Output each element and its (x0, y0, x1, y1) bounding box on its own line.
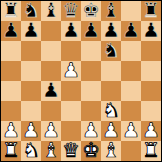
square-d4[interactable] (61, 81, 81, 101)
square-g4[interactable] (121, 81, 141, 101)
piece-black-pawn: ♟ (2, 21, 20, 40)
piece-white-pawn: ♟ (42, 121, 60, 140)
square-c3[interactable] (41, 101, 61, 121)
piece-black-king: ♚ (82, 1, 100, 20)
square-f6[interactable]: ♞ (101, 41, 121, 61)
square-a5[interactable] (1, 61, 21, 81)
square-h3[interactable] (141, 101, 161, 121)
piece-white-pawn: ♟ (2, 121, 20, 140)
square-h1[interactable]: ♜ (141, 141, 161, 161)
square-g8[interactable] (121, 1, 141, 21)
square-g6[interactable] (121, 41, 141, 61)
piece-white-knight: ♞ (102, 101, 120, 120)
square-e8[interactable]: ♚ (81, 1, 101, 21)
square-d7[interactable]: ♟ (61, 21, 81, 41)
square-e6[interactable] (81, 41, 101, 61)
square-f5[interactable] (101, 61, 121, 81)
square-f2[interactable]: ♟ (101, 121, 121, 141)
piece-white-pawn: ♟ (22, 121, 40, 140)
piece-white-rook: ♜ (2, 141, 20, 160)
piece-white-bishop: ♝ (102, 141, 120, 160)
piece-black-pawn: ♟ (22, 21, 40, 40)
square-b6[interactable] (21, 41, 41, 61)
square-d1[interactable]: ♛ (61, 141, 81, 161)
piece-black-bishop: ♝ (102, 1, 120, 20)
square-b5[interactable] (21, 61, 41, 81)
piece-white-pawn: ♟ (142, 121, 160, 140)
square-f8[interactable]: ♝ (101, 1, 121, 21)
square-h4[interactable] (141, 81, 161, 101)
square-a7[interactable]: ♟ (1, 21, 21, 41)
piece-white-pawn: ♟ (122, 121, 140, 140)
square-d2[interactable] (61, 121, 81, 141)
square-d8[interactable]: ♛ (61, 1, 81, 21)
piece-black-rook: ♜ (2, 1, 20, 20)
square-a8[interactable]: ♜ (1, 1, 21, 21)
square-g7[interactable]: ♟ (121, 21, 141, 41)
square-h8[interactable]: ♜ (141, 1, 161, 21)
piece-white-pawn: ♟ (62, 61, 80, 80)
square-e5[interactable] (81, 61, 101, 81)
square-c1[interactable]: ♝ (41, 141, 61, 161)
square-e4[interactable] (81, 81, 101, 101)
piece-white-knight: ♞ (22, 141, 40, 160)
piece-white-bishop: ♝ (42, 141, 60, 160)
square-h6[interactable] (141, 41, 161, 61)
square-b8[interactable]: ♞ (21, 1, 41, 21)
piece-white-pawn: ♟ (102, 121, 120, 140)
square-f7[interactable]: ♟ (101, 21, 121, 41)
square-e1[interactable]: ♚ (81, 141, 101, 161)
square-a3[interactable] (1, 101, 21, 121)
chess-board: ♜♞♝♛♚♝♜♟♟♟♟♟♟♟♞♟♟♞♟♟♟♟♟♟♟♜♞♝♛♚♝♜ (0, 0, 162, 162)
piece-black-knight: ♞ (22, 1, 40, 20)
square-c8[interactable]: ♝ (41, 1, 61, 21)
square-e7[interactable]: ♟ (81, 21, 101, 41)
piece-black-bishop: ♝ (42, 1, 60, 20)
square-g3[interactable] (121, 101, 141, 121)
piece-black-pawn: ♟ (142, 21, 160, 40)
piece-black-pawn: ♟ (122, 21, 140, 40)
square-d3[interactable] (61, 101, 81, 121)
piece-white-queen: ♛ (62, 141, 80, 160)
square-a6[interactable] (1, 41, 21, 61)
piece-white-rook: ♜ (142, 141, 160, 160)
square-a1[interactable]: ♜ (1, 141, 21, 161)
piece-black-knight: ♞ (102, 41, 120, 60)
square-e3[interactable] (81, 101, 101, 121)
square-d6[interactable] (61, 41, 81, 61)
piece-black-pawn: ♟ (82, 21, 100, 40)
square-c4[interactable]: ♟ (41, 81, 61, 101)
square-f4[interactable] (101, 81, 121, 101)
square-b7[interactable]: ♟ (21, 21, 41, 41)
piece-white-pawn: ♟ (82, 121, 100, 140)
square-e2[interactable]: ♟ (81, 121, 101, 141)
square-b1[interactable]: ♞ (21, 141, 41, 161)
square-d5[interactable]: ♟ (61, 61, 81, 81)
board-squares: ♜♞♝♛♚♝♜♟♟♟♟♟♟♟♞♟♟♞♟♟♟♟♟♟♟♜♞♝♛♚♝♜ (1, 1, 161, 161)
square-b4[interactable] (21, 81, 41, 101)
square-c5[interactable] (41, 61, 61, 81)
piece-black-queen: ♛ (62, 1, 80, 20)
square-g1[interactable] (121, 141, 141, 161)
square-c7[interactable] (41, 21, 61, 41)
square-a4[interactable] (1, 81, 21, 101)
square-f1[interactable]: ♝ (101, 141, 121, 161)
piece-black-pawn: ♟ (42, 81, 60, 100)
piece-black-rook: ♜ (142, 1, 160, 20)
square-g2[interactable]: ♟ (121, 121, 141, 141)
square-b2[interactable]: ♟ (21, 121, 41, 141)
piece-white-king: ♚ (82, 141, 100, 160)
square-h5[interactable] (141, 61, 161, 81)
square-a2[interactable]: ♟ (1, 121, 21, 141)
square-f3[interactable]: ♞ (101, 101, 121, 121)
piece-black-pawn: ♟ (102, 21, 120, 40)
square-h2[interactable]: ♟ (141, 121, 161, 141)
square-c2[interactable]: ♟ (41, 121, 61, 141)
square-c6[interactable] (41, 41, 61, 61)
square-b3[interactable] (21, 101, 41, 121)
square-h7[interactable]: ♟ (141, 21, 161, 41)
square-g5[interactable] (121, 61, 141, 81)
piece-black-pawn: ♟ (62, 21, 80, 40)
